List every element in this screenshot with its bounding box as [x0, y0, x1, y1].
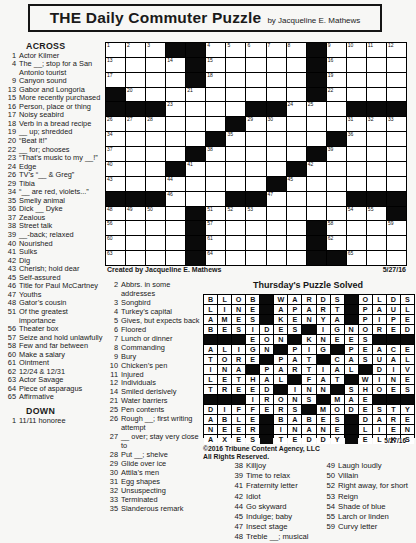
grid-cell[interactable] [347, 88, 366, 102]
solution-cell: T [387, 405, 400, 414]
grid-cell[interactable] [226, 102, 245, 116]
grid-cell[interactable] [246, 221, 265, 235]
grid-cell[interactable]: 33 [387, 117, 406, 131]
grid-cell[interactable] [367, 177, 386, 191]
grid-cell[interactable]: 46 [166, 192, 185, 206]
grid-cell[interactable] [347, 177, 366, 191]
grid-cell[interactable] [287, 147, 306, 161]
grid-cell[interactable] [267, 132, 286, 146]
grid-cell[interactable]: 20 [126, 88, 145, 102]
grid-cell[interactable] [226, 162, 245, 176]
grid-cell[interactable] [387, 236, 406, 250]
cell-number: 1 [107, 43, 110, 48]
clue: 23“That’s music to my __!” [2, 154, 103, 163]
grid-cell[interactable] [287, 132, 306, 146]
solution-cell: L [232, 415, 245, 424]
solution-cell: E [317, 415, 330, 424]
grid-cell[interactable]: 10 [347, 43, 366, 57]
black-cell [345, 305, 358, 314]
grid-cell[interactable]: 1 [106, 43, 125, 57]
clue-number: 5 [104, 317, 121, 326]
grid-cell[interactable]: 9 [327, 43, 346, 57]
grid-cell[interactable] [287, 58, 306, 72]
solution-cell: D [373, 365, 386, 374]
solution-cell: N [401, 425, 414, 434]
grid-cell[interactable] [287, 73, 306, 87]
grid-cell[interactable] [146, 162, 165, 176]
grid-cell[interactable]: 34 [106, 132, 125, 146]
grid-cell[interactable] [287, 88, 306, 102]
clue-number: 38 [228, 461, 246, 471]
cell-number: 12 [388, 43, 394, 48]
cell-number: 22 [328, 88, 334, 93]
grid-cell[interactable]: 37 [106, 147, 125, 161]
grid-cell[interactable] [166, 251, 185, 265]
grid-cell[interactable] [367, 162, 386, 176]
down-clues-list-2: 2Abbrs. in some addresses3Songbird4Turke… [104, 281, 201, 514]
grid-cell[interactable] [267, 236, 286, 250]
grid-cell[interactable]: 23 [166, 102, 185, 116]
grid-cell[interactable]: 56 [106, 221, 125, 235]
clue-text: Reign [338, 492, 415, 502]
grid-cell[interactable]: 60 [106, 236, 125, 250]
main-grid: 1234567891011121314151617181920212223242… [105, 42, 407, 266]
solution-cell: T [302, 355, 315, 364]
clue: 4The __; stop for a San Antonio tourist [2, 60, 103, 77]
grid-cell[interactable] [267, 162, 286, 176]
grid-cell[interactable]: 18 [206, 73, 225, 87]
grid-cell[interactable] [246, 73, 265, 87]
grid-cell[interactable] [246, 147, 265, 161]
black-cell [260, 435, 273, 444]
grid-cell[interactable] [367, 132, 386, 146]
grid-cell[interactable] [226, 221, 245, 235]
black-cell [186, 58, 205, 72]
grid-cell[interactable]: 48 [106, 207, 125, 221]
clue: 19__ up; shredded [2, 128, 103, 137]
grid-cell[interactable]: 58 [327, 221, 346, 235]
grid-cell[interactable]: 28 [146, 117, 165, 131]
grid-cell[interactable] [166, 132, 185, 146]
grid-cell[interactable]: 64 [206, 251, 225, 265]
grid-cell[interactable] [287, 192, 306, 206]
solution-cell: D [387, 295, 400, 304]
black-cell [288, 375, 301, 384]
grid-cell[interactable] [307, 207, 326, 221]
solution-cell: N [317, 385, 330, 394]
solution-cell: B [274, 415, 287, 424]
grid-cell[interactable] [126, 162, 145, 176]
clue-text: Indulge; baby [246, 512, 319, 522]
black-cell [387, 102, 406, 116]
grid-cell[interactable] [387, 251, 406, 265]
cell-number: 56 [107, 221, 113, 226]
grid-cell[interactable] [146, 58, 165, 72]
clue: 51Of the greatest importance [2, 308, 103, 325]
grid-cell[interactable]: 47 [267, 192, 286, 206]
cell-number: 42 [308, 162, 314, 167]
grid-cell[interactable] [387, 147, 406, 161]
solution-cell: T [204, 385, 217, 394]
cell-number: 53 [247, 207, 253, 212]
grid-cell[interactable] [387, 162, 406, 176]
grid-cell[interactable] [267, 58, 286, 72]
grid-cell[interactable]: 30 [267, 117, 286, 131]
solution-cell: N [218, 365, 231, 374]
grid-cell[interactable]: 35 [226, 132, 245, 146]
solution-cell: E [401, 345, 414, 354]
solution-cell: L [274, 375, 287, 384]
grid-cell[interactable]: 14 [166, 58, 185, 72]
grid-cell[interactable] [347, 147, 366, 161]
grid-cell[interactable] [246, 162, 265, 176]
grid-cell[interactable] [367, 221, 386, 235]
grid-cell[interactable] [206, 117, 225, 131]
grid-cell[interactable] [126, 221, 145, 235]
solution-cell: E [387, 325, 400, 334]
grid-cell[interactable] [246, 88, 265, 102]
cell-number: 30 [268, 117, 274, 122]
black-cell [274, 385, 287, 394]
grid-cell[interactable] [226, 147, 245, 161]
grid-cell[interactable] [166, 207, 185, 221]
grid-cell[interactable] [246, 251, 265, 265]
grid-cell[interactable]: 44 [166, 177, 185, 191]
grid-cell[interactable] [367, 73, 386, 87]
black-cell [347, 192, 366, 206]
black-cell [302, 405, 315, 414]
grid-cell[interactable] [347, 58, 366, 72]
cell-number: 20 [127, 88, 133, 93]
grid-cell[interactable]: 11 [367, 43, 386, 57]
grid-cell[interactable]: 16 [327, 58, 346, 72]
grid-cell[interactable]: 19 [327, 73, 346, 87]
grid-cell[interactable]: 26 [106, 117, 125, 131]
cell-number: 6 [247, 43, 250, 48]
grid-cell[interactable] [206, 192, 225, 206]
grid-cell[interactable] [146, 236, 165, 250]
grid-cell[interactable]: 62 [327, 236, 346, 250]
solution-cell: E [232, 315, 245, 324]
solution-cell: P [359, 305, 372, 314]
grid-cell[interactable]: 41 [186, 162, 205, 176]
grid-cell[interactable] [186, 102, 205, 116]
solution-cell: S [359, 355, 372, 364]
grid-cell[interactable] [347, 162, 366, 176]
clue: 45Indulge; baby [228, 512, 319, 522]
grid-cell[interactable]: 61 [206, 236, 225, 250]
clue-text: Curvy letter [338, 522, 415, 532]
grid-cell[interactable]: 7 [267, 43, 286, 57]
grid-cell[interactable] [166, 147, 185, 161]
grid-cell[interactable]: 22 [327, 88, 346, 102]
solution-cell: W [274, 295, 287, 304]
grid-cell[interactable]: 15 [206, 58, 225, 72]
grid-cell[interactable]: 51 [206, 207, 225, 221]
grid-cell[interactable] [166, 221, 185, 235]
black-cell [260, 295, 273, 304]
grid-cell[interactable]: 43 [106, 177, 125, 191]
solution-cell: Y [401, 405, 414, 414]
grid-cell[interactable] [226, 73, 245, 87]
grid-cell[interactable] [307, 192, 326, 206]
grid-cell[interactable]: 54 [347, 207, 366, 221]
grid-cell[interactable]: 50 [146, 207, 165, 221]
grid-cell[interactable] [146, 147, 165, 161]
grid-cell[interactable]: 39 [327, 147, 346, 161]
solution-cell: D [302, 435, 315, 444]
grid-cell[interactable] [387, 58, 406, 72]
solution-cell: E [401, 415, 414, 424]
grid-cell[interactable] [267, 147, 286, 161]
grid-cell[interactable]: 13 [106, 58, 125, 72]
grid-cell[interactable]: 25 [307, 102, 326, 116]
solution-cell: P [260, 365, 273, 374]
clue-text: Laugh loudly [338, 461, 415, 471]
grid-cell[interactable] [186, 132, 205, 146]
solution-cell: R [246, 425, 259, 434]
clue-number: 50 [320, 471, 338, 481]
clue: 2Abbrs. in some addresses [104, 281, 201, 299]
clue: 50Villain [320, 471, 415, 481]
grid-cell[interactable] [327, 117, 346, 131]
grid-cell[interactable]: 52 [226, 207, 245, 221]
grid-cell[interactable]: 21 [186, 88, 205, 102]
clue: 39Time to relax [228, 471, 319, 481]
grid-cell[interactable] [226, 177, 245, 191]
grid-cell[interactable]: 45 [287, 177, 306, 191]
grid-cell[interactable] [206, 177, 225, 191]
solution-cell: A [331, 315, 344, 324]
solution-cell: N [317, 335, 330, 344]
grid-cell[interactable]: 12 [387, 43, 406, 57]
grid-cell[interactable] [367, 147, 386, 161]
grid-cell[interactable] [267, 251, 286, 265]
grid-cell[interactable] [327, 162, 346, 176]
solution-cell: L [204, 305, 217, 314]
black-cell [226, 117, 245, 131]
black-cell [267, 177, 286, 191]
grid-cell[interactable]: 17 [106, 73, 125, 87]
grid-cell[interactable] [126, 177, 145, 191]
solution-cell: E [274, 325, 287, 334]
clue: 36Dick __ Dyke [2, 205, 103, 214]
grid-cell[interactable] [246, 132, 265, 146]
clue-number: 3 [104, 299, 121, 308]
grid-cell[interactable] [287, 117, 306, 131]
grid-cell[interactable] [226, 251, 245, 265]
grid-cell[interactable] [327, 207, 346, 221]
grid-cell[interactable] [267, 88, 286, 102]
cell-number: 61 [207, 236, 213, 241]
grid-cell[interactable] [126, 251, 145, 265]
grid-cell[interactable]: 8 [287, 43, 306, 57]
grid-cell[interactable]: 59 [387, 221, 406, 235]
grid-cell[interactable] [226, 88, 245, 102]
grid-cell[interactable] [226, 58, 245, 72]
grid-cell[interactable]: 55 [367, 207, 386, 221]
solution-cell: O [359, 325, 372, 334]
solution-cell: D [359, 415, 372, 424]
solution-cell: I [246, 325, 259, 334]
clue-text: The __; stop for a San Antonio tourist [19, 60, 103, 77]
solution-cell: R [302, 295, 315, 304]
solution-cell: A [288, 415, 301, 424]
grid-cell[interactable] [246, 236, 265, 250]
grid-cell[interactable] [327, 102, 346, 116]
solution-cell: I [232, 345, 245, 354]
grid-cell[interactable]: 5 [226, 43, 245, 57]
grid-cell[interactable] [307, 132, 326, 146]
grid-cell[interactable] [146, 88, 165, 102]
black-cell [186, 43, 205, 57]
puzzle-date: 5/27/16 [352, 266, 406, 273]
grid-cell[interactable]: 40 [106, 162, 125, 176]
grid-cell[interactable] [387, 73, 406, 87]
solved-puzzle-title: Thursday's Puzzle Solved [203, 280, 413, 290]
grid-cell[interactable]: 53 [246, 207, 265, 221]
grid-cell[interactable] [126, 73, 145, 87]
grid-cell[interactable] [367, 236, 386, 250]
grid-cell[interactable] [126, 236, 145, 250]
solution-cell: S [345, 385, 358, 394]
grid-cell[interactable] [146, 177, 165, 191]
grid-cell[interactable] [146, 73, 165, 87]
grid-cell[interactable] [367, 58, 386, 72]
cell-number: 50 [147, 207, 153, 212]
grid-cell[interactable] [387, 177, 406, 191]
grid-cell[interactable] [347, 236, 366, 250]
clue-text: Time to relax [246, 471, 319, 481]
grid-cell[interactable]: 29 [246, 117, 265, 131]
solution-cell: S [232, 325, 245, 334]
solved-puzzle-date: 5/27/16 [352, 437, 406, 444]
clue-number: 42 [228, 492, 246, 502]
solution-cell: S [401, 295, 414, 304]
grid-cell[interactable] [186, 117, 205, 131]
grid-cell[interactable]: 63 [106, 251, 125, 265]
clue: 48Treble __; musical symbol [228, 532, 319, 543]
solution-cell: A [302, 305, 315, 314]
grid-cell[interactable] [287, 236, 306, 250]
grid-cell[interactable] [327, 192, 346, 206]
cell-number: 41 [187, 162, 193, 167]
clue-number: 2 [104, 281, 121, 299]
grid-cell[interactable]: 65 [347, 251, 366, 265]
grid-cell[interactable] [287, 207, 306, 221]
grid-cell[interactable] [267, 73, 286, 87]
clue-text: Go skyward [246, 502, 319, 512]
black-cell [126, 102, 145, 116]
grid-cell[interactable] [387, 88, 406, 102]
grid-cell[interactable] [367, 88, 386, 102]
grid-cell[interactable] [126, 132, 145, 146]
grid-cell[interactable]: 57 [206, 221, 225, 235]
grid-cell[interactable]: 27 [126, 117, 145, 131]
grid-cell[interactable] [206, 88, 225, 102]
solution-cell: X [218, 435, 231, 444]
solution-cell: I [373, 425, 386, 434]
grid-cell[interactable] [287, 221, 306, 235]
grid-cell[interactable]: 31 [347, 117, 366, 131]
black-cell [401, 395, 414, 404]
grid-cell[interactable] [126, 147, 145, 161]
grid-cell[interactable]: 3 [146, 43, 165, 57]
cell-number: 34 [107, 132, 113, 137]
grid-cell[interactable] [307, 117, 326, 131]
cell-number: 40 [107, 162, 113, 167]
grid-cell[interactable] [126, 58, 145, 72]
grid-cell[interactable] [267, 207, 286, 221]
cell-number: 54 [348, 207, 354, 212]
grid-cell[interactable]: 6 [246, 43, 265, 57]
grid-cell[interactable]: 36 [347, 132, 366, 146]
clue-number: 27 [104, 433, 121, 451]
grid-cell[interactable] [166, 236, 185, 250]
grid-cell[interactable] [287, 251, 306, 265]
clue-text: 11/11 honoree [19, 417, 103, 426]
solution-cell: E [401, 315, 414, 324]
cell-number: 65 [348, 251, 354, 256]
grid-cell[interactable]: 49 [126, 207, 145, 221]
grid-cell[interactable] [307, 177, 326, 191]
clue-number: 39 [228, 471, 246, 481]
solution-cell: E [331, 335, 344, 344]
solution-cell: C [387, 345, 400, 354]
grid-cell[interactable] [146, 251, 165, 265]
grid-cell[interactable] [206, 102, 225, 116]
grid-cell[interactable] [166, 88, 185, 102]
created-by-credit: Created by Jacqueline E. Mathews [107, 266, 221, 273]
grid-cell[interactable]: 24 [287, 102, 306, 116]
grid-cell[interactable]: 2 [126, 43, 145, 57]
grid-cell[interactable]: 42 [307, 162, 326, 176]
grid-cell[interactable] [347, 221, 366, 235]
cell-number: 46 [167, 192, 173, 197]
cell-number: 39 [328, 147, 334, 152]
black-cell [186, 251, 205, 265]
grid-cell[interactable] [246, 58, 265, 72]
grid-cell[interactable] [186, 177, 205, 191]
grid-cell[interactable] [166, 73, 185, 87]
cell-number: 32 [368, 117, 374, 122]
solution-cell: N [288, 425, 301, 434]
grid-cell[interactable] [387, 132, 406, 146]
grid-cell[interactable]: 4 [206, 43, 225, 57]
cell-number: 2 [127, 43, 130, 48]
grid-cell[interactable]: 32 [367, 117, 386, 131]
grid-cell[interactable] [166, 117, 185, 131]
cell-number: 3 [147, 43, 150, 48]
solution-cell: D [317, 295, 330, 304]
black-cell [204, 395, 217, 404]
grid-cell[interactable] [246, 177, 265, 191]
grid-cell[interactable] [226, 236, 245, 250]
grid-cell[interactable] [347, 73, 366, 87]
grid-cell[interactable]: 38 [206, 147, 225, 161]
grid-cell[interactable] [367, 251, 386, 265]
grid-cell[interactable] [146, 132, 165, 146]
cell-number: 55 [368, 207, 374, 212]
grid-cell[interactable] [206, 162, 225, 176]
grid-cell[interactable] [146, 221, 165, 235]
clue-number: 1 [2, 417, 19, 426]
grid-cell[interactable] [327, 177, 346, 191]
grid-cell[interactable] [186, 192, 205, 206]
grid-cell[interactable] [267, 221, 286, 235]
solution-cell: O [218, 355, 231, 364]
clue-number: 4 [104, 308, 121, 317]
